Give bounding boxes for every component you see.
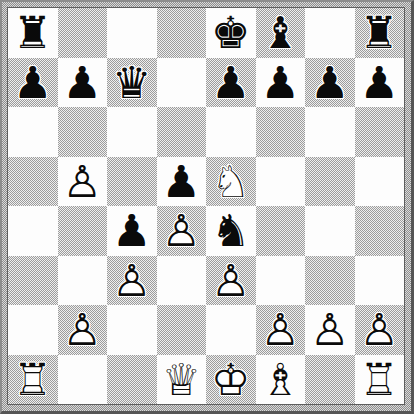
square-c2[interactable]: [107, 305, 157, 355]
square-g5[interactable]: [305, 157, 355, 207]
square-c8[interactable]: [107, 8, 157, 58]
square-a5[interactable]: [8, 157, 58, 207]
piece-outline: ♙: [63, 305, 102, 355]
white-pawn-g2[interactable]: ♟♙: [305, 305, 355, 355]
square-g3[interactable]: [305, 256, 355, 306]
square-a4[interactable]: [8, 206, 58, 256]
square-b1[interactable]: [58, 355, 108, 405]
square-d7[interactable]: [157, 58, 207, 108]
white-pawn-d4[interactable]: ♟♙: [157, 206, 207, 256]
piece-outline: ♙: [112, 256, 151, 306]
square-e3[interactable]: ♟♙: [206, 256, 256, 306]
square-h5[interactable]: [355, 157, 405, 207]
square-c7[interactable]: ♛: [107, 58, 157, 108]
square-g7[interactable]: ♟: [305, 58, 355, 108]
black-bishop-f8[interactable]: ♝: [256, 8, 306, 58]
square-f5[interactable]: [256, 157, 306, 207]
white-knight-e5[interactable]: ♞♘: [206, 157, 256, 207]
piece-outline: ♙: [63, 157, 102, 207]
square-c5[interactable]: [107, 157, 157, 207]
square-e7[interactable]: ♟: [206, 58, 256, 108]
square-a7[interactable]: ♟: [8, 58, 58, 108]
square-e1[interactable]: ♚♔: [206, 355, 256, 405]
square-b6[interactable]: [58, 107, 108, 157]
piece-outline: ♗: [261, 355, 300, 405]
black-rook-a8[interactable]: ♜: [8, 8, 58, 58]
black-queen-c7[interactable]: ♛: [107, 58, 157, 108]
piece-outline: ♙: [211, 256, 250, 306]
piece-outline: ♔: [211, 355, 250, 405]
black-pawn-g7[interactable]: ♟: [305, 58, 355, 108]
square-a1[interactable]: ♜♖: [8, 355, 58, 405]
square-h2[interactable]: ♟♙: [355, 305, 405, 355]
square-c1[interactable]: [107, 355, 157, 405]
square-h8[interactable]: ♜: [355, 8, 405, 58]
black-pawn-e7[interactable]: ♟: [206, 58, 256, 108]
white-pawn-f2[interactable]: ♟♙: [256, 305, 306, 355]
square-h1[interactable]: ♜♖: [355, 355, 405, 405]
square-f4[interactable]: [256, 206, 306, 256]
piece-outline: ♙: [261, 305, 300, 355]
square-b4[interactable]: [58, 206, 108, 256]
square-h7[interactable]: ♟: [355, 58, 405, 108]
white-bishop-f1[interactable]: ♝♗: [256, 355, 306, 405]
square-h6[interactable]: [355, 107, 405, 157]
square-e8[interactable]: ♚: [206, 8, 256, 58]
square-g4[interactable]: [305, 206, 355, 256]
square-b7[interactable]: ♟: [58, 58, 108, 108]
square-f2[interactable]: ♟♙: [256, 305, 306, 355]
black-rook-h8[interactable]: ♜: [355, 8, 405, 58]
chess-board: ♜♚♝♜♟♟♛♟♟♟♟♟♙♟♞♘♟♟♙♞♟♙♟♙♟♙♟♙♟♙♟♙♜♖♛♕♚♔♝♗…: [7, 7, 405, 405]
square-d4[interactable]: ♟♙: [157, 206, 207, 256]
square-c6[interactable]: [107, 107, 157, 157]
piece-outline: ♖: [360, 355, 399, 405]
white-queen-d1[interactable]: ♛♕: [157, 355, 207, 405]
square-c3[interactable]: ♟♙: [107, 256, 157, 306]
square-g8[interactable]: [305, 8, 355, 58]
black-pawn-c4[interactable]: ♟: [107, 206, 157, 256]
piece-outline: ♙: [310, 305, 349, 355]
square-f1[interactable]: ♝♗: [256, 355, 306, 405]
square-e6[interactable]: [206, 107, 256, 157]
white-pawn-e3[interactable]: ♟♙: [206, 256, 256, 306]
piece-outline: ♘: [211, 157, 250, 207]
square-e4[interactable]: ♞: [206, 206, 256, 256]
square-f8[interactable]: ♝: [256, 8, 306, 58]
piece-outline: ♙: [162, 206, 201, 256]
square-d5[interactable]: ♟: [157, 157, 207, 207]
black-king-e8[interactable]: ♚: [206, 8, 256, 58]
square-a6[interactable]: [8, 107, 58, 157]
white-pawn-b5[interactable]: ♟♙: [58, 157, 108, 207]
square-d3[interactable]: [157, 256, 207, 306]
white-pawn-c3[interactable]: ♟♙: [107, 256, 157, 306]
square-d2[interactable]: [157, 305, 207, 355]
square-b3[interactable]: [58, 256, 108, 306]
square-a8[interactable]: ♜: [8, 8, 58, 58]
black-pawn-b7[interactable]: ♟: [58, 58, 108, 108]
square-h3[interactable]: [355, 256, 405, 306]
black-knight-e4[interactable]: ♞: [206, 206, 256, 256]
white-rook-h1[interactable]: ♜♖: [355, 355, 405, 405]
square-f7[interactable]: ♟: [256, 58, 306, 108]
black-pawn-d5[interactable]: ♟: [157, 157, 207, 207]
black-pawn-f7[interactable]: ♟: [256, 58, 306, 108]
white-pawn-b2[interactable]: ♟♙: [58, 305, 108, 355]
piece-outline: ♖: [13, 355, 52, 405]
square-g1[interactable]: [305, 355, 355, 405]
piece-outline: ♕: [162, 355, 201, 405]
square-e2[interactable]: [206, 305, 256, 355]
white-pawn-h2[interactable]: ♟♙: [355, 305, 405, 355]
square-d6[interactable]: [157, 107, 207, 157]
square-f3[interactable]: [256, 256, 306, 306]
white-rook-a1[interactable]: ♜♖: [8, 355, 58, 405]
square-h4[interactable]: [355, 206, 405, 256]
square-g6[interactable]: [305, 107, 355, 157]
black-pawn-h7[interactable]: ♟: [355, 58, 405, 108]
square-f6[interactable]: [256, 107, 306, 157]
square-b2[interactable]: ♟♙: [58, 305, 108, 355]
black-pawn-a7[interactable]: ♟: [8, 58, 58, 108]
square-d1[interactable]: ♛♕: [157, 355, 207, 405]
square-b8[interactable]: [58, 8, 108, 58]
square-b5[interactable]: ♟♙: [58, 157, 108, 207]
square-d8[interactable]: [157, 8, 207, 58]
square-e5[interactable]: ♞♘: [206, 157, 256, 207]
square-a3[interactable]: [8, 256, 58, 306]
white-king-e1[interactable]: ♚♔: [206, 355, 256, 405]
board-frame: ♜♚♝♜♟♟♛♟♟♟♟♟♙♟♞♘♟♟♙♞♟♙♟♙♟♙♟♙♟♙♟♙♜♖♛♕♚♔♝♗…: [0, 0, 414, 414]
piece-outline: ♙: [360, 305, 399, 355]
square-g2[interactable]: ♟♙: [305, 305, 355, 355]
square-a2[interactable]: [8, 305, 58, 355]
square-c4[interactable]: ♟: [107, 206, 157, 256]
